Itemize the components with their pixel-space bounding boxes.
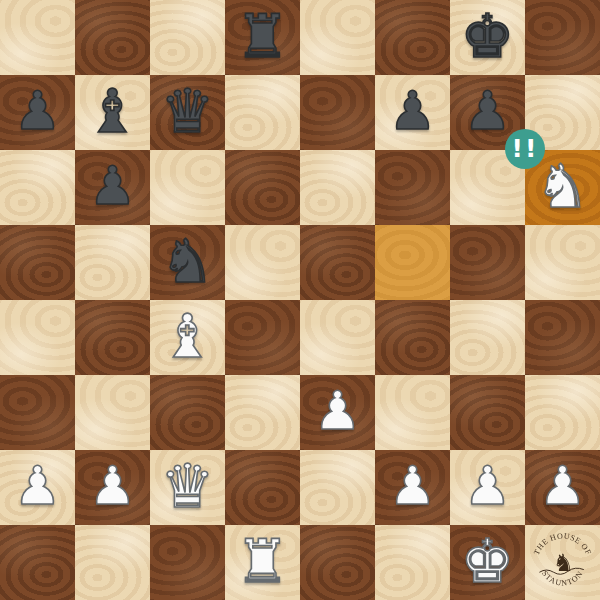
square-b7[interactable]: ♝ — [75, 75, 150, 150]
piece-white-pawn-e3[interactable]: ♟ — [314, 384, 362, 437]
piece-white-queen-c2[interactable]: ♛ — [161, 456, 215, 516]
square-f4[interactable] — [375, 300, 450, 375]
square-e3[interactable]: ♟ — [300, 375, 375, 450]
square-a8[interactable] — [0, 0, 75, 75]
square-g1[interactable]: ♚ — [450, 525, 525, 600]
square-c5[interactable]: ♞ — [150, 225, 225, 300]
square-f8[interactable] — [375, 0, 450, 75]
piece-black-queen-c7[interactable]: ♛ — [161, 81, 215, 141]
square-b2[interactable]: ♟ — [75, 450, 150, 525]
square-g2[interactable]: ♟ — [450, 450, 525, 525]
square-a4[interactable] — [0, 300, 75, 375]
chess-board: ♜♚♟♝♛♟♟♟♞♞♝♟♟♟♛♟♟♟♜♚ — [0, 0, 600, 600]
square-d8[interactable]: ♜ — [225, 0, 300, 75]
piece-black-rook-d8[interactable]: ♜ — [236, 6, 290, 66]
square-e7[interactable] — [300, 75, 375, 150]
piece-white-king-g1[interactable]: ♚ — [461, 531, 515, 591]
square-d7[interactable] — [225, 75, 300, 150]
square-a5[interactable] — [0, 225, 75, 300]
piece-black-king-g8[interactable]: ♚ — [461, 6, 515, 66]
square-f7[interactable]: ♟ — [375, 75, 450, 150]
square-a2[interactable]: ♟ — [0, 450, 75, 525]
square-e8[interactable] — [300, 0, 375, 75]
piece-white-pawn-b2[interactable]: ♟ — [89, 459, 137, 512]
square-f1[interactable] — [375, 525, 450, 600]
square-h5[interactable] — [525, 225, 600, 300]
square-b1[interactable] — [75, 525, 150, 600]
square-d4[interactable] — [225, 300, 300, 375]
square-b5[interactable] — [75, 225, 150, 300]
square-b8[interactable] — [75, 0, 150, 75]
piece-black-pawn-f7[interactable]: ♟ — [389, 84, 437, 137]
square-d6[interactable] — [225, 150, 300, 225]
square-b3[interactable] — [75, 375, 150, 450]
piece-black-pawn-g7[interactable]: ♟ — [464, 84, 512, 137]
piece-black-bishop-b7[interactable]: ♝ — [86, 81, 140, 141]
square-b4[interactable] — [75, 300, 150, 375]
square-a7[interactable]: ♟ — [0, 75, 75, 150]
brilliant-move-badge-label: !! — [512, 134, 539, 163]
square-g4[interactable] — [450, 300, 525, 375]
piece-black-pawn-b6[interactable]: ♟ — [89, 159, 137, 212]
square-c2[interactable]: ♛ — [150, 450, 225, 525]
square-d1[interactable]: ♜ — [225, 525, 300, 600]
piece-white-rook-d1[interactable]: ♜ — [236, 531, 290, 591]
square-c6[interactable] — [150, 150, 225, 225]
square-d2[interactable] — [225, 450, 300, 525]
house-of-staunton-logo: THE HOUSE OF STAUNTON ♞ — [527, 527, 598, 598]
piece-white-knight-h6[interactable]: ♞ — [536, 156, 590, 216]
square-c4[interactable]: ♝ — [150, 300, 225, 375]
piece-white-pawn-f2[interactable]: ♟ — [389, 459, 437, 512]
piece-white-bishop-c4[interactable]: ♝ — [161, 306, 215, 366]
square-a3[interactable] — [0, 375, 75, 450]
piece-white-pawn-h2[interactable]: ♟ — [539, 459, 587, 512]
chess-app: ♜♚♟♝♛♟♟♟♞♞♝♟♟♟♛♟♟♟♜♚ !! THE HOUSE OF STA… — [0, 0, 600, 600]
square-d5[interactable] — [225, 225, 300, 300]
square-b6[interactable]: ♟ — [75, 150, 150, 225]
square-e2[interactable] — [300, 450, 375, 525]
square-a1[interactable] — [0, 525, 75, 600]
square-h4[interactable] — [525, 300, 600, 375]
piece-white-pawn-g2[interactable]: ♟ — [464, 459, 512, 512]
square-e4[interactable] — [300, 300, 375, 375]
square-h3[interactable] — [525, 375, 600, 450]
square-g3[interactable] — [450, 375, 525, 450]
square-c7[interactable]: ♛ — [150, 75, 225, 150]
square-e5[interactable] — [300, 225, 375, 300]
square-e1[interactable] — [300, 525, 375, 600]
square-h8[interactable] — [525, 0, 600, 75]
square-f5[interactable] — [375, 225, 450, 300]
brilliant-move-badge: !! — [505, 129, 545, 169]
square-d3[interactable] — [225, 375, 300, 450]
square-e6[interactable] — [300, 150, 375, 225]
square-c3[interactable] — [150, 375, 225, 450]
square-g8[interactable]: ♚ — [450, 0, 525, 75]
square-a6[interactable] — [0, 150, 75, 225]
piece-black-knight-c5[interactable]: ♞ — [161, 231, 215, 291]
piece-black-pawn-a7[interactable]: ♟ — [14, 84, 62, 137]
square-f6[interactable] — [375, 150, 450, 225]
square-f2[interactable]: ♟ — [375, 450, 450, 525]
square-c8[interactable] — [150, 0, 225, 75]
square-c1[interactable] — [150, 525, 225, 600]
piece-white-pawn-a2[interactable]: ♟ — [14, 459, 62, 512]
square-f3[interactable] — [375, 375, 450, 450]
square-h2[interactable]: ♟ — [525, 450, 600, 525]
square-g5[interactable] — [450, 225, 525, 300]
